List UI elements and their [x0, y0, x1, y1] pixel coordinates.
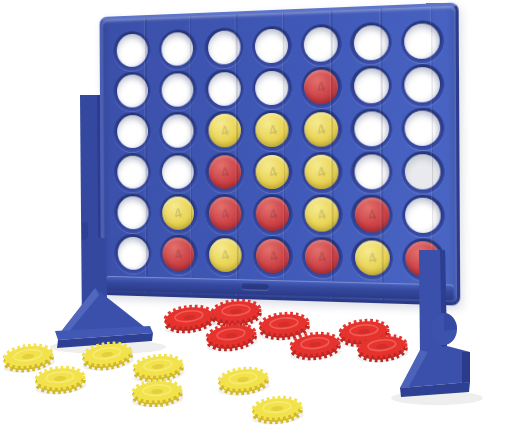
loose-disc-yellow[interactable]	[216, 367, 270, 398]
loose-disc-yellow[interactable]	[130, 380, 184, 409]
loose-disc-yellow[interactable]	[1, 343, 56, 375]
loose-discs-layer	[0, 0, 530, 442]
loose-disc-red[interactable]	[204, 322, 259, 354]
loose-disc-yellow[interactable]	[250, 396, 304, 426]
loose-disc-yellow[interactable]	[33, 366, 87, 396]
loose-disc-red[interactable]	[162, 304, 217, 336]
loose-disc-red[interactable]	[209, 299, 263, 329]
loose-disc-yellow[interactable]	[80, 341, 135, 373]
connect-four-scene: 444444444444444444	[0, 0, 530, 442]
